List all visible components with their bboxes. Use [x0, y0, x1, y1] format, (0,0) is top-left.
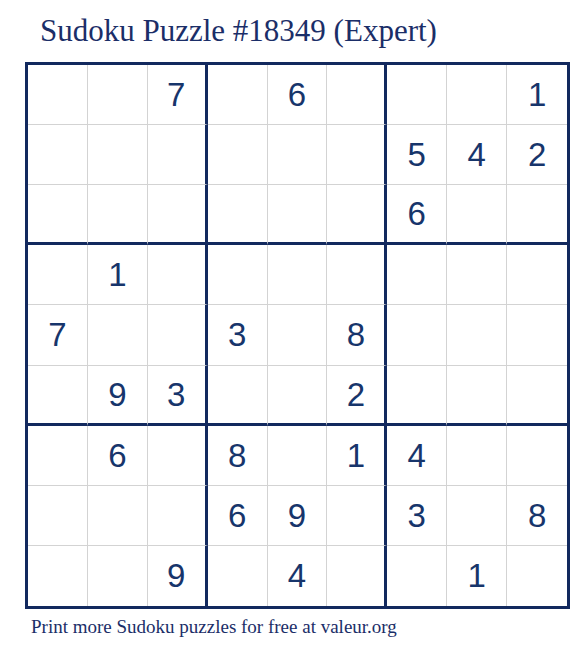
cell-r3c4-empty: [208, 185, 268, 245]
cell-r3c6-empty: [327, 185, 387, 245]
cell-r4c2-given-1: 1: [88, 245, 148, 305]
cell-r6c3-given-3: 3: [148, 366, 208, 426]
cell-r1c7-empty: [387, 65, 447, 125]
cell-r4c8-empty: [447, 245, 507, 305]
cell-r2c7-given-5: 5: [387, 125, 447, 185]
cell-r6c4-empty: [208, 366, 268, 426]
cell-r9c5-given-4: 4: [268, 546, 328, 606]
cell-r9c3-given-9: 9: [148, 546, 208, 606]
cell-r1c9-given-1: 1: [507, 65, 567, 125]
cell-r9c9-empty: [507, 546, 567, 606]
cell-r5c9-empty: [507, 305, 567, 365]
cell-r7c9-empty: [507, 426, 567, 486]
cell-r1c1-empty: [28, 65, 88, 125]
cell-r9c2-empty: [88, 546, 148, 606]
page-title: Sudoku Puzzle #18349 (Expert): [40, 13, 437, 49]
cell-r7c5-empty: [268, 426, 328, 486]
cell-r1c2-empty: [88, 65, 148, 125]
cell-r5c3-empty: [148, 305, 208, 365]
cell-r9c1-empty: [28, 546, 88, 606]
cell-r2c5-empty: [268, 125, 328, 185]
cell-r3c2-empty: [88, 185, 148, 245]
cell-r9c7-empty: [387, 546, 447, 606]
cell-r2c8-given-4: 4: [447, 125, 507, 185]
cell-r6c7-empty: [387, 366, 447, 426]
cell-r8c4-given-6: 6: [208, 486, 268, 546]
cell-r7c6-given-1: 1: [327, 426, 387, 486]
cell-r7c8-empty: [447, 426, 507, 486]
cell-r3c5-empty: [268, 185, 328, 245]
cell-r6c5-empty: [268, 366, 328, 426]
cell-r8c2-empty: [88, 486, 148, 546]
cell-r2c3-empty: [148, 125, 208, 185]
cell-r7c7-given-4: 4: [387, 426, 447, 486]
cell-r8c8-empty: [447, 486, 507, 546]
cell-r4c3-empty: [148, 245, 208, 305]
cell-r4c4-empty: [208, 245, 268, 305]
cell-r5c4-given-3: 3: [208, 305, 268, 365]
cell-r8c7-given-3: 3: [387, 486, 447, 546]
cell-r2c2-empty: [88, 125, 148, 185]
cell-r9c4-empty: [208, 546, 268, 606]
cell-r1c4-empty: [208, 65, 268, 125]
cell-r5c1-given-7: 7: [28, 305, 88, 365]
cell-r7c4-given-8: 8: [208, 426, 268, 486]
cell-r2c4-empty: [208, 125, 268, 185]
cell-r5c6-given-8: 8: [327, 305, 387, 365]
cell-r5c7-empty: [387, 305, 447, 365]
cell-r2c6-empty: [327, 125, 387, 185]
sudoku-board: 7615426173893268146938941: [25, 62, 570, 609]
cell-r7c3-empty: [148, 426, 208, 486]
cell-r4c1-empty: [28, 245, 88, 305]
cell-r6c9-empty: [507, 366, 567, 426]
cell-r4c9-empty: [507, 245, 567, 305]
cell-r5c5-empty: [268, 305, 328, 365]
cell-r3c9-empty: [507, 185, 567, 245]
cell-r7c1-empty: [28, 426, 88, 486]
cell-r6c2-given-9: 9: [88, 366, 148, 426]
cell-r8c6-empty: [327, 486, 387, 546]
cell-r4c6-empty: [327, 245, 387, 305]
cell-r7c2-given-6: 6: [88, 426, 148, 486]
cell-r8c1-empty: [28, 486, 88, 546]
cell-r2c1-empty: [28, 125, 88, 185]
cell-r3c7-given-6: 6: [387, 185, 447, 245]
cell-r6c1-empty: [28, 366, 88, 426]
cell-r1c6-empty: [327, 65, 387, 125]
cell-r9c8-given-1: 1: [447, 546, 507, 606]
cell-r1c5-given-6: 6: [268, 65, 328, 125]
cell-r4c5-empty: [268, 245, 328, 305]
cell-r3c8-empty: [447, 185, 507, 245]
cell-r8c5-given-9: 9: [268, 486, 328, 546]
cell-r5c8-empty: [447, 305, 507, 365]
cell-r6c6-given-2: 2: [327, 366, 387, 426]
cell-r8c9-given-8: 8: [507, 486, 567, 546]
cell-r6c8-empty: [447, 366, 507, 426]
cell-r4c7-empty: [387, 245, 447, 305]
cell-r9c6-empty: [327, 546, 387, 606]
cell-r5c2-empty: [88, 305, 148, 365]
cell-r1c8-empty: [447, 65, 507, 125]
cell-r8c3-empty: [148, 486, 208, 546]
cell-r3c1-empty: [28, 185, 88, 245]
cell-r1c3-given-7: 7: [148, 65, 208, 125]
cell-r3c3-empty: [148, 185, 208, 245]
cell-r2c9-given-2: 2: [507, 125, 567, 185]
footer-text: Print more Sudoku puzzles for free at va…: [31, 615, 397, 639]
